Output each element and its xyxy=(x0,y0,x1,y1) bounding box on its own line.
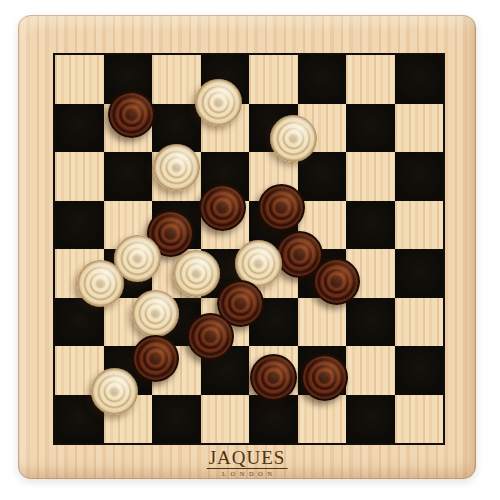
square-r3c7[interactable] xyxy=(346,152,395,201)
square-r3c1[interactable] xyxy=(55,152,104,201)
square-r5c8[interactable] xyxy=(395,249,444,298)
square-r6c8[interactable] xyxy=(395,298,444,347)
dark-checker-piece[interactable] xyxy=(313,258,360,305)
square-r8c4[interactable] xyxy=(201,395,250,444)
brand-logo: JAQUES LONDON xyxy=(207,449,288,477)
square-r8c3[interactable] xyxy=(152,395,201,444)
square-r2c7[interactable] xyxy=(346,104,395,153)
square-r7c8[interactable] xyxy=(395,346,444,395)
square-r1c3[interactable] xyxy=(152,55,201,104)
white-checker-piece[interactable] xyxy=(77,260,124,307)
dark-checker-piece[interactable] xyxy=(199,184,246,231)
square-r1c6[interactable] xyxy=(298,55,347,104)
square-r8c5[interactable] xyxy=(249,395,298,444)
dark-checker-piece[interactable] xyxy=(258,184,305,231)
square-r3c8[interactable] xyxy=(395,152,444,201)
square-r1c1[interactable] xyxy=(55,55,104,104)
white-checker-piece[interactable] xyxy=(173,250,220,297)
white-checker-piece[interactable] xyxy=(195,79,242,126)
square-r7c7[interactable] xyxy=(346,346,395,395)
brand-city-text: LONDON xyxy=(207,470,288,477)
white-checker-piece[interactable] xyxy=(132,290,179,337)
white-checker-piece[interactable] xyxy=(270,115,317,162)
dark-checker-piece[interactable] xyxy=(250,354,297,401)
square-r4c1[interactable] xyxy=(55,201,104,250)
square-r6c7[interactable] xyxy=(346,298,395,347)
white-checker-piece[interactable] xyxy=(91,368,138,415)
square-r8c7[interactable] xyxy=(346,395,395,444)
square-r3c2[interactable] xyxy=(104,152,153,201)
square-r8c6[interactable] xyxy=(298,395,347,444)
square-r1c5[interactable] xyxy=(249,55,298,104)
square-r8c8[interactable] xyxy=(395,395,444,444)
square-r2c8[interactable] xyxy=(395,104,444,153)
dark-checker-piece[interactable] xyxy=(108,91,155,138)
dark-checker-piece[interactable] xyxy=(301,354,348,401)
white-checker-piece[interactable] xyxy=(153,144,200,191)
square-r2c1[interactable] xyxy=(55,104,104,153)
dark-checker-piece[interactable] xyxy=(132,335,179,382)
square-r3c6[interactable] xyxy=(298,152,347,201)
square-r1c8[interactable] xyxy=(395,55,444,104)
square-r1c7[interactable] xyxy=(346,55,395,104)
square-r4c8[interactable] xyxy=(395,201,444,250)
square-r4c7[interactable] xyxy=(346,201,395,250)
square-r6c6[interactable] xyxy=(298,298,347,347)
dark-checker-piece[interactable] xyxy=(187,313,234,360)
brand-name-text: JAQUES xyxy=(207,449,288,469)
